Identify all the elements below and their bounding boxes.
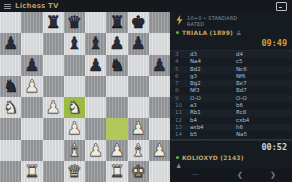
square-f5 [106,76,127,97]
move-number: 10 [175,102,190,109]
square-h7 [149,33,170,54]
square-b4 [21,97,42,118]
square-f6: ♞ [106,55,127,76]
white-move: b4 [190,117,236,124]
white-queen-d1: ♛ [64,161,85,182]
square-e8 [85,12,106,33]
page-title: Lichess TV [15,2,59,10]
square-d3: ♟ [64,118,85,139]
white-move: O-O [190,95,236,102]
square-f8: ♜ [106,12,127,33]
tv-icon[interactable] [276,2,287,11]
square-f7: ♟ [106,33,127,54]
square-e6: ♟ [85,55,106,76]
black-move: d4 [236,51,282,58]
game-meta-text: 10+0 • STANDARD RATED [187,15,237,28]
black-knight-f6: ♞ [106,55,127,76]
move-number: 3 [175,51,190,58]
square-h8 [149,12,170,33]
square-e4 [85,97,106,118]
white-pawn-b5: ♟ [21,76,42,97]
square-h3 [149,118,170,139]
move-number: 4 [175,58,190,65]
black-rook-c8: ♜ [43,12,64,33]
square-d8: ♛ [64,12,85,33]
square-e1 [85,161,106,182]
white-pawn-d3: ♟ [64,118,85,139]
square-d5 [64,76,85,97]
move-number: 5 [175,66,190,73]
square-d4: ♞ [64,97,85,118]
white-move: a3 [190,102,236,109]
black-move: Be7 [236,80,282,87]
square-g2: ♝ [128,140,149,161]
white-move: g3 [190,73,236,80]
white-king-g1: ♚ [128,161,149,182]
square-a7: ♟ [0,33,21,54]
square-c3 [43,118,64,139]
white-move: axb4 [190,124,236,131]
white-knight-a4: ♞ [0,97,21,118]
square-b6: ♟ [21,55,42,76]
square-c1 [43,161,64,182]
online-dot-icon [176,156,179,159]
black-knight-a5: ♞ [0,76,21,97]
square-a1 [0,161,21,182]
white-rook-b1: ♜ [21,161,42,182]
black-move: b6 [236,102,282,109]
square-a5: ♞ [0,76,21,97]
square-h6: ♟ [149,55,170,76]
move-nav-bar: ··· ❮ ❯ [170,169,292,182]
square-g4 [128,97,149,118]
square-g7: ♟ [128,33,149,54]
black-pawn-b6: ♟ [21,55,42,76]
white-knight-d4: ♞ [64,97,85,118]
white-move: d3 [190,51,236,58]
black-move: Na5 [236,131,282,138]
square-a2 [0,140,21,161]
square-d2: ♝ [64,140,85,161]
square-f3 [106,118,127,139]
move-row-4: 4Na4c5 [170,58,292,65]
square-b7 [21,33,42,54]
online-dot-icon [176,31,179,34]
square-g1: ♚ [128,161,149,182]
black-pawn-f7: ♟ [106,33,127,54]
white-move: Rb1 [190,109,236,116]
square-a4: ♞ [0,97,21,118]
white-pawn-f2: ♟ [106,140,127,161]
square-h4 [149,97,170,118]
white-pawn-c4: ♟ [43,97,64,118]
white-move: b5 [190,131,236,138]
white-pawn-h2: ♟ [149,140,170,161]
move-row-8: 8Nf3Bd7 [170,87,292,94]
square-b5: ♟ [21,76,42,97]
square-d1: ♛ [64,161,85,182]
black-move: Rc8 [236,109,282,116]
move-row-3: 3d3d4 [170,51,292,58]
square-a3 [0,118,21,139]
square-a8 [0,12,21,33]
move-number: 11 [175,109,190,116]
black-king-g8: ♚ [128,12,149,33]
player-bottom[interactable]: KOLIOXYD (2143) [170,153,292,162]
black-bishop-e7: ♝ [85,33,106,54]
square-c2 [43,140,64,161]
move-row-7: 7Bg2Be7 [170,80,292,87]
square-e2: ♟ [85,140,106,161]
black-rook-f8: ♜ [106,12,127,33]
move-number: 6 [175,73,190,80]
square-g6 [128,55,149,76]
square-f1: ♜ [106,161,127,182]
move-number: 14 [175,131,190,138]
clock-top: 09:49 [170,37,292,50]
move-row-9: 9O-OO-O [170,95,292,102]
square-e7: ♝ [85,33,106,54]
next-move-button[interactable]: ❯ [260,169,286,182]
rated-label: RATED [187,21,237,27]
chess-board: ♜♛♜♚♟♝♝♟♟♟♟♞♟♞♟♞♟♞♟♟♝♟♟♝♟♜♛♜♚ [0,12,170,182]
menu-dots-button[interactable]: ··· [170,169,220,182]
square-b3 [21,118,42,139]
player-top[interactable]: TRIALA (1899) ♙ [170,28,292,37]
black-move: c5 [236,58,282,65]
move-number: 9 [175,95,190,102]
white-move: Bd2 [190,66,236,73]
square-g3: ♟ [128,118,149,139]
black-move: Bd7 [236,87,282,94]
black-bishop-d7: ♝ [64,33,85,54]
move-row-13: 13axb4h6 [170,124,292,131]
white-pawn-g3: ♟ [128,118,149,139]
square-d6 [64,55,85,76]
black-pawn-h6: ♟ [149,55,170,76]
square-b2 [21,140,42,161]
square-h2: ♟ [149,140,170,161]
move-row-6: 6g3Nf6 [170,73,292,80]
black-move: O-O [236,95,282,102]
square-e3 [85,118,106,139]
square-f2: ♟ [106,140,127,161]
top-app-bar: Lichess TV [0,0,292,12]
move-list: 3d3d44Na4c55Bd2Nc66g3Nf67Bg2Be78Nf3Bd79O… [170,50,292,141]
black-pawn-e6: ♟ [85,55,106,76]
hamburger-menu-icon[interactable] [4,4,11,9]
black-pawn-g7: ♟ [128,33,149,54]
move-number: 12 [175,117,190,124]
square-f4 [106,97,127,118]
clock-bottom: 00:52 [170,141,292,153]
move-number: 8 [175,87,190,94]
move-number: 13 [175,124,190,131]
move-row-10: 10a3b6 [170,102,292,109]
square-c8: ♜ [43,12,64,33]
move-row-12: 12b4cxb4 [170,117,292,124]
square-c4: ♟ [43,97,64,118]
move-row-14: 14b5Na5 [170,131,292,138]
square-b8 [21,12,42,33]
black-move: Nf6 [236,73,282,80]
game-meta: 10+0 • STANDARD RATED [170,12,292,28]
black-move: cxb4 [236,117,282,124]
move-row-5: 5Bd2Nc6 [170,66,292,73]
white-move: Bg2 [190,80,236,87]
square-h1 [149,161,170,182]
square-d7: ♝ [64,33,85,54]
white-pawn-e2: ♟ [85,140,106,161]
white-rook-f1: ♜ [106,161,127,182]
square-a6 [0,55,21,76]
square-c6 [43,55,64,76]
captured-piece-white-pawn: ♙ [236,29,241,36]
white-move: Na4 [190,58,236,65]
square-e5 [85,76,106,97]
move-number: 7 [175,80,190,87]
white-move: Nf3 [190,87,236,94]
black-move: Nc6 [236,66,282,73]
square-c5 [43,76,64,97]
prev-move-button[interactable]: ❮ [220,169,260,182]
move-row-11: 11Rb1Rc8 [170,109,292,116]
white-bishop-d2: ♝ [64,140,85,161]
square-b1: ♜ [21,161,42,182]
black-move: h6 [236,124,282,131]
white-bishop-g2: ♝ [128,140,149,161]
black-queen-d8: ♛ [64,12,85,33]
square-g8: ♚ [128,12,149,33]
player-bottom-name: KOLIOXYD (2143) [182,154,244,161]
square-c7 [43,33,64,54]
square-h5 [149,76,170,97]
square-g5 [128,76,149,97]
captured-piece-black-pawn: ♟ [170,162,292,169]
game-side-panel: 10+0 • STANDARD RATED TRIALA (1899) ♙ 09… [170,12,292,182]
player-top-name: TRIALA (1899) [182,29,233,36]
black-pawn-a7: ♟ [0,33,21,54]
lightning-bolt-icon [176,15,183,25]
